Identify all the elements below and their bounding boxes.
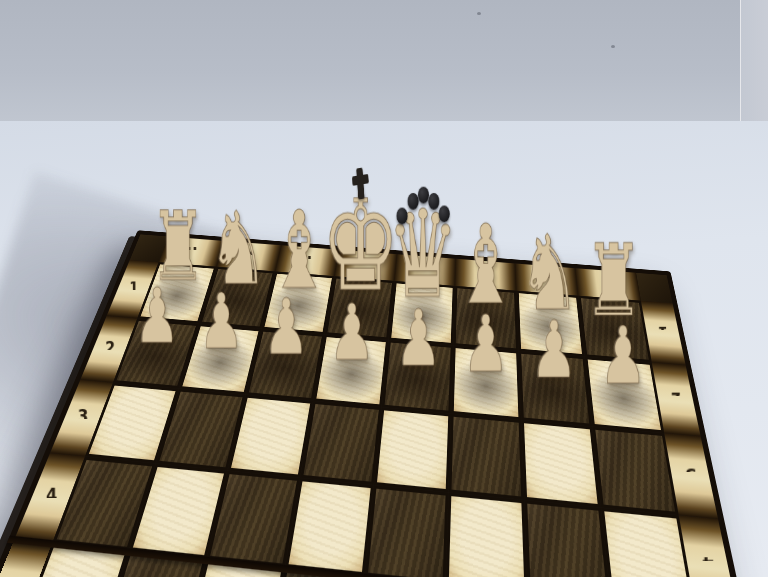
chess-set-photo: HGFEDCBA1122334455667788HGFEDCBA♟♟♟♟♟♟♟♟… (0, 0, 768, 577)
square-d2 (382, 340, 453, 414)
square-c3 (449, 414, 525, 500)
square-b1 (516, 291, 584, 357)
square-e2 (313, 334, 388, 407)
square-b3 (521, 420, 601, 508)
square-c2 (451, 345, 521, 420)
square-d3 (374, 407, 451, 492)
square-c1 (453, 286, 518, 351)
queen-ball-finial (428, 193, 439, 210)
chess-board: HGFEDCBA1122334455667788HGFEDCBA♟♟♟♟♟♟♟♟… (0, 230, 768, 577)
queen-ball-finial (397, 207, 408, 224)
square-b2 (519, 351, 593, 427)
queen-ball-finial (439, 205, 450, 222)
square-e1 (325, 276, 395, 340)
perspective-scene: HGFEDCBA1122334455667788HGFEDCBA♟♟♟♟♟♟♟♟… (0, 0, 768, 577)
square-d1 (389, 281, 456, 345)
